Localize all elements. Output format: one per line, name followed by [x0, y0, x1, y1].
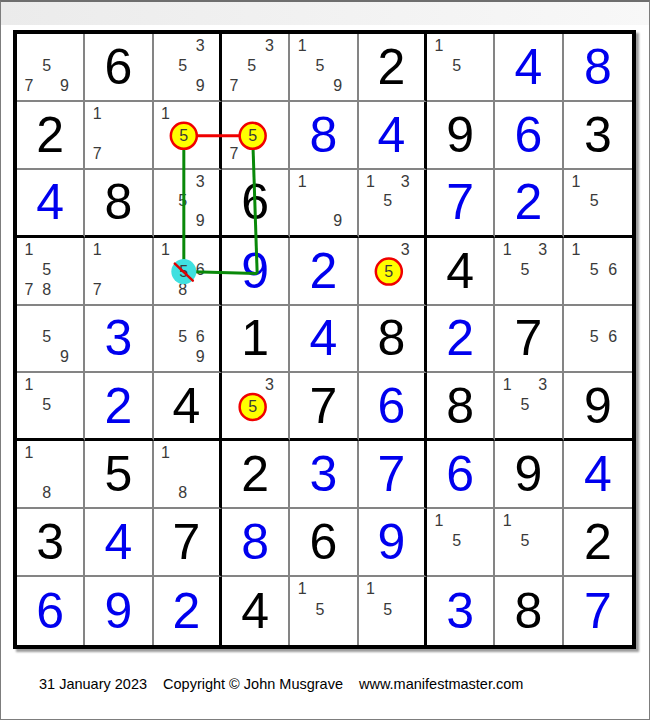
given-digit: 6 [310, 517, 338, 567]
candidate-digit: 6 [192, 260, 209, 280]
solved-digit: 4 [105, 517, 133, 567]
candidates: 359 [157, 172, 209, 231]
solved-digit: 6 [377, 381, 405, 431]
cell-r9c7: 3 [427, 577, 495, 645]
candidates: 57 [225, 104, 278, 164]
cell-r2c1: 2 [17, 102, 85, 170]
candidate-digit: 3 [261, 36, 279, 56]
candidates: 15 [498, 511, 551, 571]
given-digit: 3 [36, 517, 64, 567]
given-digit: 3 [584, 110, 612, 160]
cell-r7c8: 9 [495, 441, 563, 509]
footer-date: 31 January 2023 [39, 676, 147, 692]
cell-r9c4: 4 [222, 577, 290, 645]
cell-r2c2: 17 [85, 102, 153, 170]
candidate-digit: 7 [88, 280, 106, 300]
cell-r1c3: 359 [154, 34, 222, 102]
cell-r1c8: 4 [495, 34, 563, 102]
cell-r8c3: 7 [154, 509, 222, 577]
cell-r7c5: 3 [290, 441, 358, 509]
candidate-digit: 5 [379, 260, 396, 280]
cell-r2c9: 3 [564, 102, 632, 170]
given-digit: 2 [36, 110, 64, 160]
candidate-digit: 8 [38, 280, 56, 300]
top-bar [1, 2, 649, 25]
cell-r1c5: 159 [290, 34, 358, 102]
cell-r3c1: 4 [17, 170, 85, 238]
given-digit: 6 [105, 42, 133, 92]
given-digit: 2 [377, 42, 405, 92]
cell-r6c5: 7 [290, 373, 358, 441]
candidate-digit: 5 [311, 56, 329, 76]
given-digit: 9 [446, 110, 474, 160]
solved-digit: 4 [377, 110, 405, 160]
cell-r6c2: 2 [85, 373, 153, 441]
candidate-digit: 1 [498, 375, 516, 395]
given-digit: 4 [446, 246, 474, 296]
cell-r5c6: 8 [359, 306, 427, 374]
candidates: 359 [157, 36, 209, 96]
cell-r6c1: 15 [17, 373, 85, 441]
cell-r1c4: 357 [222, 34, 290, 102]
cell-r1c7: 15 [427, 34, 495, 102]
cell-r8c9: 2 [564, 509, 632, 577]
cell-r5c1: 59 [17, 306, 85, 374]
cell-r4c2: 17 [85, 238, 153, 306]
candidate-digit: 7 [88, 144, 106, 164]
candidate-digit: 8 [38, 483, 56, 503]
candidate-digit: 5 [379, 191, 396, 211]
given-digit: 9 [584, 381, 612, 431]
solved-digit: 7 [446, 177, 474, 227]
solved-digit: 4 [310, 313, 338, 363]
candidates: 15 [157, 104, 209, 164]
solved-digit: 2 [515, 177, 543, 227]
candidate-digit: 5 [243, 395, 261, 415]
candidate-digit: 1 [362, 172, 379, 192]
cell-r8c6: 9 [359, 509, 427, 577]
solved-digit: 6 [515, 110, 543, 160]
candidate-digit: 3 [397, 172, 414, 192]
candidate-digit: 5 [448, 531, 466, 551]
given-digit: 5 [105, 449, 133, 499]
candidate-digit: 5 [585, 260, 603, 280]
candidate-digit: 1 [293, 172, 311, 192]
candidate-digit: 3 [397, 240, 414, 260]
candidate-digit: 9 [192, 211, 209, 231]
cell-r9c6: 15 [359, 577, 427, 645]
given-digit: 8 [446, 381, 474, 431]
candidates: 135 [498, 375, 551, 434]
cell-r5c5: 4 [290, 306, 358, 374]
solved-digit: 2 [105, 381, 133, 431]
candidates: 1568 [157, 240, 209, 300]
solved-digit: 4 [36, 177, 64, 227]
sudoku-board: 5796359357159215482171557849634835961913… [13, 30, 636, 649]
given-digit: 9 [515, 449, 543, 499]
cell-r8c1: 3 [17, 509, 85, 577]
candidate-digit: 9 [329, 211, 347, 231]
cell-r4c6: 35 [359, 238, 427, 306]
candidate-digit: 1 [157, 240, 174, 260]
cell-r5c8: 7 [495, 306, 563, 374]
candidate-digit: 5 [243, 56, 261, 76]
cell-r9c5: 15 [290, 577, 358, 645]
solved-digit: 3 [446, 586, 474, 636]
given-digit: 7 [172, 517, 200, 567]
cell-r3c4: 6 [222, 170, 290, 238]
cell-r4c5: 2 [290, 238, 358, 306]
solved-digit: 6 [36, 586, 64, 636]
candidates: 17 [88, 240, 141, 300]
candidate-digit: 5 [174, 191, 191, 211]
candidates: 18 [20, 443, 73, 503]
cell-r8c7: 15 [427, 509, 495, 577]
candidate-digit: 1 [498, 511, 516, 531]
candidate-digit: 5 [585, 191, 603, 211]
given-digit: 7 [515, 313, 543, 363]
candidate-digit: 5 [311, 600, 329, 621]
cell-r8c5: 6 [290, 509, 358, 577]
cell-r6c9: 9 [564, 373, 632, 441]
candidates: 56 [567, 308, 622, 368]
candidates: 15 [362, 579, 414, 641]
candidate-digit: 5 [516, 531, 534, 551]
candidates: 15 [567, 172, 622, 231]
candidate-digit: 9 [192, 76, 209, 96]
cell-r6c8: 135 [495, 373, 563, 441]
candidate-digit: 1 [20, 443, 38, 463]
cell-r9c9: 7 [564, 577, 632, 645]
candidates: 19 [293, 172, 346, 231]
candidate-digit: 9 [329, 76, 347, 96]
candidate-digit: 7 [20, 280, 38, 300]
cell-r2c3: 15 [154, 102, 222, 170]
candidates: 159 [293, 36, 346, 96]
cell-r5c4: 1 [222, 306, 290, 374]
cell-r2c5: 8 [290, 102, 358, 170]
cell-r6c7: 8 [427, 373, 495, 441]
candidate-digit: 9 [192, 347, 209, 367]
candidate-digit: 3 [261, 375, 279, 395]
candidate-digit: 7 [225, 144, 243, 164]
candidate-digit: 6 [604, 260, 622, 280]
given-digit: 8 [377, 313, 405, 363]
cell-r7c3: 18 [154, 441, 222, 509]
cell-r5c3: 569 [154, 306, 222, 374]
candidate-digit: 3 [534, 375, 552, 395]
cell-r8c2: 4 [85, 509, 153, 577]
candidate-digit: 5 [516, 395, 534, 415]
given-digit: 8 [105, 177, 133, 227]
candidates: 357 [225, 36, 278, 96]
cell-r7c2: 5 [85, 441, 153, 509]
cell-r7c9: 4 [564, 441, 632, 509]
candidate-digit: 1 [20, 240, 38, 260]
candidate-digit: 1 [498, 240, 516, 260]
cell-r6c3: 4 [154, 373, 222, 441]
candidate-digit: 5 [174, 328, 191, 348]
candidate-digit: 7 [225, 76, 243, 96]
cell-r6c6: 6 [359, 373, 427, 441]
candidates: 59 [20, 308, 73, 368]
footer-website: www.manifestmaster.com [359, 676, 523, 692]
solved-digit: 9 [241, 246, 269, 296]
candidates: 15 [293, 579, 346, 641]
candidate-digit: 1 [157, 443, 174, 463]
given-digit: 6 [241, 177, 269, 227]
candidate-digit: 5 [38, 395, 56, 415]
candidates: 35 [225, 375, 278, 434]
candidate-digit: 5 [585, 328, 603, 348]
solved-digit: 2 [172, 586, 200, 636]
cell-r3c9: 15 [564, 170, 632, 238]
candidate-digit: 1 [88, 240, 106, 260]
candidate-digit: 8 [174, 483, 191, 503]
cell-r3c5: 19 [290, 170, 358, 238]
cell-r9c8: 8 [495, 577, 563, 645]
cell-r4c7: 4 [427, 238, 495, 306]
candidate-digit: 1 [567, 240, 585, 260]
candidate-digit: 6 [604, 328, 622, 348]
candidate-digit: 5 [38, 260, 56, 280]
solved-digit: 7 [584, 586, 612, 636]
cell-r4c9: 156 [564, 238, 632, 306]
candidate-digit: 5 [174, 260, 191, 280]
candidate-digit: 1 [293, 579, 311, 600]
candidate-digit: 1 [157, 104, 174, 124]
cell-r9c2: 9 [85, 577, 153, 645]
candidate-digit: 5 [516, 260, 534, 280]
footer-copyright: Copyright © John Musgrave [163, 676, 343, 692]
candidates: 15 [430, 36, 483, 96]
given-digit: 7 [310, 381, 338, 431]
cell-r2c6: 4 [359, 102, 427, 170]
candidate-digit: 5 [379, 600, 396, 621]
cell-r8c8: 15 [495, 509, 563, 577]
solved-digit: 8 [584, 42, 612, 92]
cell-r5c9: 56 [564, 306, 632, 374]
candidates: 135 [498, 240, 551, 300]
cell-r4c1: 1578 [17, 238, 85, 306]
cell-r7c4: 2 [222, 441, 290, 509]
cell-r2c7: 9 [427, 102, 495, 170]
cell-r5c2: 3 [85, 306, 153, 374]
cell-r1c6: 2 [359, 34, 427, 102]
cell-r7c1: 18 [17, 441, 85, 509]
solved-digit: 2 [446, 313, 474, 363]
given-digit: 8 [515, 586, 543, 636]
cell-r2c8: 6 [495, 102, 563, 170]
candidate-digit: 7 [20, 76, 38, 96]
cell-r4c8: 135 [495, 238, 563, 306]
cell-r1c2: 6 [85, 34, 153, 102]
candidate-digit: 1 [20, 375, 38, 395]
solved-digit: 8 [310, 110, 338, 160]
candidate-digit: 3 [192, 36, 209, 56]
candidate-digit: 8 [174, 280, 191, 300]
candidate-digit: 1 [293, 36, 311, 56]
puzzle-page: 5796359357159215482171557849634835961913… [0, 0, 650, 720]
candidates: 156 [567, 240, 622, 300]
candidate-digit: 3 [192, 172, 209, 192]
cell-r3c2: 8 [85, 170, 153, 238]
cell-r4c4: 9 [222, 238, 290, 306]
candidate-digit: 9 [56, 76, 74, 96]
cell-r5c7: 2 [427, 306, 495, 374]
candidate-digit: 5 [174, 56, 191, 76]
cell-r3c6: 135 [359, 170, 427, 238]
candidate-digit: 1 [567, 172, 585, 192]
cell-r4c3: 1568 [154, 238, 222, 306]
candidate-digit: 1 [362, 579, 379, 600]
footer: 31 January 2023 Copyright © John Musgrav… [39, 676, 523, 692]
cell-r9c1: 6 [17, 577, 85, 645]
solved-digit: 4 [515, 42, 543, 92]
cell-r3c8: 2 [495, 170, 563, 238]
cell-r9c3: 2 [154, 577, 222, 645]
candidate-digit: 5 [38, 328, 56, 348]
solved-digit: 9 [377, 517, 405, 567]
given-digit: 1 [241, 313, 269, 363]
candidate-digit: 1 [430, 36, 448, 56]
candidates: 135 [362, 172, 414, 231]
cell-r6c4: 35 [222, 373, 290, 441]
given-digit: 2 [241, 449, 269, 499]
candidates: 35 [362, 240, 414, 300]
cell-r8c4: 8 [222, 509, 290, 577]
candidate-digit: 1 [88, 104, 106, 124]
cell-r2c4: 57 [222, 102, 290, 170]
candidate-digit: 5 [38, 56, 56, 76]
candidate-digit: 1 [430, 511, 448, 531]
candidate-digit: 3 [534, 240, 552, 260]
given-digit: 2 [584, 517, 612, 567]
solved-digit: 3 [310, 449, 338, 499]
given-digit: 4 [172, 381, 200, 431]
candidates: 15 [430, 511, 483, 571]
candidate-digit: 5 [243, 124, 261, 144]
cell-r1c9: 8 [564, 34, 632, 102]
solved-digit: 4 [584, 449, 612, 499]
candidates: 18 [157, 443, 209, 503]
candidate-digit: 6 [192, 328, 209, 348]
given-digit: 4 [241, 586, 269, 636]
cell-r7c7: 6 [427, 441, 495, 509]
cell-r1c1: 579 [17, 34, 85, 102]
candidate-digit: 9 [56, 347, 74, 367]
candidate-digit: 5 [174, 124, 191, 144]
solved-digit: 7 [377, 449, 405, 499]
cell-r3c3: 359 [154, 170, 222, 238]
solved-digit: 3 [105, 313, 133, 363]
cell-r7c6: 7 [359, 441, 427, 509]
candidate-digit: 5 [448, 56, 466, 76]
solved-digit: 2 [310, 246, 338, 296]
solved-digit: 8 [241, 517, 269, 567]
candidates: 569 [157, 308, 209, 368]
candidates: 1578 [20, 240, 73, 300]
solved-digit: 9 [105, 586, 133, 636]
candidates: 579 [20, 36, 73, 96]
candidates: 17 [88, 104, 141, 164]
cell-r3c7: 7 [427, 170, 495, 238]
candidates: 15 [20, 375, 73, 434]
solved-digit: 6 [446, 449, 474, 499]
